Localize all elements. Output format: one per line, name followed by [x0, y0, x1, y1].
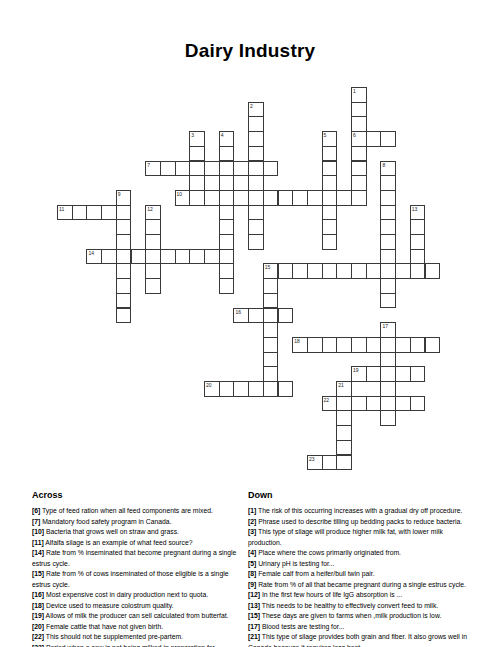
clue-item: [20] Female cattle that have not given b… [32, 622, 244, 633]
grid-cell[interactable] [263, 308, 279, 324]
grid-cell[interactable]: 12 [145, 205, 161, 221]
grid-cell[interactable] [116, 308, 132, 324]
cell-number: 12 [147, 206, 153, 212]
grid-cell[interactable] [366, 131, 382, 147]
clue-text: Allows of milk the producer can sell cal… [44, 612, 228, 619]
grid-cell[interactable]: 5 [322, 131, 338, 147]
grid-cell[interactable]: 14 [86, 249, 102, 265]
grid-cell[interactable] [292, 263, 308, 279]
grid-cell[interactable] [219, 219, 235, 235]
grid-cell[interactable] [322, 455, 338, 471]
grid-cell[interactable]: 7 [145, 161, 161, 177]
grid-cell[interactable] [351, 161, 367, 177]
grid-cell[interactable] [219, 263, 235, 279]
grid-cell[interactable] [380, 234, 396, 250]
grid-cell[interactable] [145, 219, 161, 235]
grid-cell[interactable] [248, 381, 264, 397]
clue-item: [15] These days are given to farms when … [248, 611, 474, 622]
clue-number: [13] [248, 602, 260, 609]
clue-text: These days are given to farms when ,milk… [260, 612, 441, 619]
clue-item: [19] Allows of milk the producer can sel… [32, 611, 244, 622]
clue-text: Type of feed ration when all feed compon… [40, 507, 213, 514]
grid-cell[interactable] [219, 278, 235, 294]
clue-number: [20] [32, 623, 44, 630]
grid-cell[interactable]: 9 [116, 190, 132, 206]
clue-text: This type of silage will produce higher … [248, 528, 443, 546]
grid-cell[interactable] [380, 219, 396, 235]
cell-number: 2 [250, 103, 253, 109]
grid-cell[interactable]: 10 [175, 190, 191, 206]
grid-cell[interactable] [410, 263, 426, 279]
grid-cell[interactable] [248, 234, 264, 250]
grid-cell[interactable]: 2 [248, 102, 264, 118]
clue-text: Blood tests are testing for... [260, 623, 344, 630]
cell-number: 5 [324, 132, 327, 138]
grid-cell[interactable]: 19 [351, 366, 367, 382]
grid-cell[interactable]: 18 [292, 337, 308, 353]
cell-number: 11 [59, 206, 64, 212]
clue-item: [14] Rate from % inseminated that become… [32, 548, 244, 569]
cell-number: 3 [191, 132, 194, 138]
grid-cell[interactable] [204, 161, 220, 177]
grid-cell[interactable] [189, 175, 205, 191]
grid-cell[interactable] [410, 366, 426, 382]
clue-item: [4] Place where the cows primarily origi… [248, 548, 474, 559]
grid-cell[interactable] [410, 219, 426, 235]
grid-cell[interactable] [380, 337, 396, 353]
grid-cell[interactable] [351, 190, 367, 206]
cell-number: 18 [294, 338, 300, 344]
grid-cell[interactable] [116, 234, 132, 250]
down-clue-list: [1] The risk of this occurring increases… [248, 506, 474, 647]
grid-cell[interactable] [380, 366, 396, 382]
clue-text: Most expensive cost in dairy production … [44, 591, 208, 598]
grid-cell[interactable] [233, 161, 249, 177]
grid-cell[interactable] [395, 263, 411, 279]
clue-text: Rate from % of cows inseminated of those… [32, 570, 228, 588]
clue-item: [7] Mandatory food safety program in Can… [32, 517, 244, 528]
grid-cell[interactable] [248, 205, 264, 221]
grid-cell[interactable] [322, 146, 338, 162]
grid-cell[interactable] [189, 190, 205, 206]
grid-cell[interactable] [263, 337, 279, 353]
grid-cell[interactable] [336, 263, 352, 279]
cell-number: 10 [177, 191, 183, 197]
down-clues-column: Down [1] The risk of this occurring incr… [248, 490, 474, 647]
grid-cell[interactable] [410, 396, 426, 412]
clue-number: [15] [248, 612, 260, 619]
grid-cell[interactable]: 16 [233, 308, 249, 324]
grid-cell[interactable] [189, 161, 205, 177]
grid-cell[interactable] [278, 263, 294, 279]
grid-cell[interactable] [336, 190, 352, 206]
grid-cell[interactable] [380, 352, 396, 368]
crossword-grid: 1234567891011121314151617181920212223 [0, 0, 500, 490]
grid-cell[interactable] [380, 396, 396, 412]
clue-item: [10] Bacteria that grows well on straw a… [32, 527, 244, 538]
grid-cell[interactable] [336, 425, 352, 441]
grid-cell[interactable] [248, 175, 264, 191]
clue-item: [16] Most expensive cost in dairy produc… [32, 590, 244, 601]
grid-cell[interactable] [101, 205, 117, 221]
grid-cell[interactable] [322, 175, 338, 191]
grid-cell[interactable] [116, 219, 132, 235]
grid-cell[interactable] [219, 175, 235, 191]
grid-cell[interactable] [380, 293, 396, 309]
clue-item: [17] Blood tests are testing for... [248, 622, 474, 633]
clue-text: This type of silage provides both grain … [248, 633, 467, 647]
grid-cell[interactable] [410, 234, 426, 250]
grid-cell[interactable] [278, 381, 294, 397]
grid-cell[interactable] [410, 249, 426, 265]
grid-cell[interactable] [366, 366, 382, 382]
grid-cell[interactable]: 21 [336, 381, 352, 397]
cell-number: 23 [309, 456, 315, 462]
grid-cell[interactable] [263, 381, 279, 397]
grid-cell[interactable] [322, 161, 338, 177]
grid-cell[interactable] [204, 190, 220, 206]
grid-cell[interactable] [263, 278, 279, 294]
grid-cell[interactable] [351, 337, 367, 353]
clue-text: Device used to measure colostrum quality… [44, 602, 173, 609]
grid-cell[interactable] [351, 263, 367, 279]
grid-cell[interactable] [145, 249, 161, 265]
clue-item: [5] Urinary pH is testing for... [248, 559, 474, 570]
grid-cell[interactable] [175, 249, 191, 265]
clue-item: [15] Rate from % of cows inseminated of … [32, 569, 244, 590]
grid-cell[interactable] [248, 146, 264, 162]
grid-cell[interactable] [86, 205, 102, 221]
clue-number: [16] [32, 591, 44, 598]
clue-number: [12] [248, 591, 260, 598]
cell-number: 15 [265, 264, 271, 270]
clue-number: [11] [32, 539, 44, 546]
grid-cell[interactable] [425, 263, 441, 279]
grid-cell[interactable] [292, 190, 308, 206]
clue-number: [10] [32, 528, 44, 535]
clue-text: Female cattle that have not given birth. [44, 623, 163, 630]
grid-cell[interactable] [380, 205, 396, 221]
grid-cell[interactable] [204, 249, 220, 265]
grid-cell[interactable]: 20 [204, 381, 220, 397]
grid-cell[interactable] [116, 205, 132, 221]
clue-number: [21] [248, 633, 260, 640]
grid-cell[interactable] [219, 249, 235, 265]
grid-cell[interactable] [263, 366, 279, 382]
cell-number: 13 [412, 206, 418, 212]
clue-number: [17] [248, 623, 260, 630]
grid-cell[interactable]: 22 [322, 396, 338, 412]
clue-item: [12] In the first few hours of life IgG … [248, 590, 474, 601]
grid-cell[interactable] [336, 410, 352, 426]
grid-cell[interactable]: 6 [351, 131, 367, 147]
grid-cell[interactable] [395, 366, 411, 382]
grid-cell[interactable]: 3 [189, 131, 205, 147]
grid-cell[interactable] [410, 337, 426, 353]
grid-cell[interactable] [322, 263, 338, 279]
grid-cell[interactable]: 23 [307, 455, 323, 471]
grid-cell[interactable] [425, 337, 441, 353]
grid-cell[interactable] [116, 293, 132, 309]
clue-text: Rate from % of all that became pregnant … [256, 581, 466, 588]
clue-text: Female calf from a heifer/bull twin pair… [256, 570, 374, 577]
grid-cell[interactable] [278, 190, 294, 206]
cell-number: 9 [118, 191, 121, 197]
clue-item: [1] The risk of this occurring increases… [248, 506, 474, 517]
grid-cell[interactable] [219, 146, 235, 162]
grid-cell[interactable] [116, 278, 132, 294]
clue-item: [9] Rate from % of all that became pregn… [248, 580, 474, 591]
grid-cell[interactable]: 17 [380, 322, 396, 338]
cell-number: 20 [206, 382, 212, 388]
grid-cell[interactable]: 4 [219, 131, 235, 147]
grid-cell[interactable] [380, 381, 396, 397]
clue-text: Mandatory food safety program in Canada. [40, 518, 171, 525]
grid-cell[interactable] [219, 205, 235, 221]
grid-cell[interactable] [263, 293, 279, 309]
grid-cell[interactable] [336, 396, 352, 412]
clue-item: [11] Alfalfa silage is an example of wha… [32, 538, 244, 549]
clue-item: [6] Type of feed ration when all feed co… [32, 506, 244, 517]
cell-number: 4 [221, 132, 224, 138]
clue-text: Phrase used to describe tilling up beddi… [256, 518, 462, 525]
grid-cell[interactable] [248, 219, 264, 235]
clue-item: [23] Period when a cow is not being milk… [32, 643, 244, 647]
grid-cell[interactable] [160, 161, 176, 177]
grid-cell[interactable] [263, 190, 279, 206]
clue-number: [14] [32, 549, 44, 556]
grid-cell[interactable] [248, 161, 264, 177]
grid-cell[interactable] [395, 337, 411, 353]
clue-item: [22] This should not be supplemented pre… [32, 632, 244, 643]
grid-cell[interactable] [248, 116, 264, 132]
grid-cell[interactable] [175, 161, 191, 177]
grid-cell[interactable] [101, 249, 117, 265]
grid-cell[interactable] [380, 131, 396, 147]
grid-cell[interactable] [307, 190, 323, 206]
cell-number: 16 [235, 309, 241, 315]
grid-cell[interactable] [351, 116, 367, 132]
grid-cell[interactable] [380, 249, 396, 265]
grid-cell[interactable] [248, 190, 264, 206]
across-header: Across [32, 490, 244, 500]
grid-cell[interactable] [219, 234, 235, 250]
grid-cell[interactable] [380, 410, 396, 426]
clue-text: Urinary pH is testing for... [256, 560, 334, 567]
clue-item: [8] Female calf from a heifer/bull twin … [248, 569, 474, 580]
cell-number: 19 [353, 367, 359, 373]
grid-cell[interactable] [278, 308, 294, 324]
grid-cell[interactable] [380, 278, 396, 294]
grid-cell[interactable] [263, 161, 279, 177]
clue-item: [13] This needs to be healthy to effecti… [248, 601, 474, 612]
grid-cell[interactable] [145, 263, 161, 279]
grid-cell[interactable] [233, 190, 249, 206]
grid-cell[interactable] [116, 249, 132, 265]
clue-text: The risk of this occurring increases wit… [256, 507, 462, 514]
grid-cell[interactable] [322, 219, 338, 235]
grid-cell[interactable] [351, 396, 367, 412]
cell-number: 1 [353, 88, 356, 94]
grid-cell[interactable] [145, 234, 161, 250]
grid-cell[interactable] [351, 175, 367, 191]
grid-cell[interactable] [322, 234, 338, 250]
clue-number: [15] [32, 570, 44, 577]
grid-cell[interactable] [336, 455, 352, 471]
grid-cell[interactable] [366, 337, 382, 353]
cell-number: 14 [88, 250, 94, 256]
grid-cell[interactable] [380, 190, 396, 206]
grid-cell[interactable] [366, 396, 382, 412]
clue-item: [2] Phrase used to describe tilling up b… [248, 517, 474, 528]
grid-cell[interactable] [322, 205, 338, 221]
clue-number: [18] [32, 602, 44, 609]
grid-cell[interactable] [219, 381, 235, 397]
grid-cell[interactable] [145, 278, 161, 294]
grid-cell[interactable] [248, 308, 264, 324]
grid-cell[interactable] [336, 440, 352, 456]
across-clues-column: Across [6] Type of feed ration when all … [32, 490, 244, 647]
clue-text: Rate from % inseminated that become preg… [32, 549, 236, 567]
grid-cell[interactable] [248, 131, 264, 147]
grid-cell[interactable] [351, 146, 367, 162]
grid-cell[interactable]: 1 [351, 87, 367, 103]
cell-number: 17 [382, 323, 388, 329]
grid-cell[interactable] [263, 352, 279, 368]
clue-text: This should not be supplemented pre-part… [44, 633, 183, 640]
grid-cell[interactable]: 11 [57, 205, 73, 221]
grid-cell[interactable] [380, 263, 396, 279]
cell-number: 21 [338, 382, 344, 388]
cell-number: 7 [147, 162, 150, 168]
down-header: Down [248, 490, 474, 500]
clue-text: Place where the cows primarily originate… [256, 549, 401, 556]
cell-number: 22 [324, 397, 330, 403]
grid-cell[interactable] [189, 249, 205, 265]
grid-cell[interactable]: 13 [410, 205, 426, 221]
grid-cell[interactable] [322, 337, 338, 353]
clue-item: [21] This type of silage provides both g… [248, 632, 474, 647]
clue-number: [22] [32, 633, 44, 640]
clue-item: [3] This type of silage will produce hig… [248, 527, 474, 548]
grid-cell[interactable] [307, 263, 323, 279]
grid-cell[interactable] [395, 396, 411, 412]
cell-number: 8 [382, 162, 385, 168]
clue-text: In the first few hours of life IgG absor… [260, 591, 402, 598]
grid-cell[interactable]: 8 [380, 161, 396, 177]
grid-cell[interactable] [351, 102, 367, 118]
clue-text: Alfalfa silage is an example of what fee… [44, 539, 193, 546]
grid-cell[interactable] [116, 263, 132, 279]
grid-cell[interactable] [336, 337, 352, 353]
clue-text: This needs to be healthy to effectively … [260, 602, 438, 609]
grid-cell[interactable] [307, 337, 323, 353]
grid-cell[interactable] [160, 249, 176, 265]
grid-cell[interactable] [263, 322, 279, 338]
grid-cell[interactable] [380, 175, 396, 191]
grid-cell[interactable] [189, 146, 205, 162]
grid-cell[interactable] [233, 381, 249, 397]
grid-cell[interactable] [219, 161, 235, 177]
clue-number: [19] [32, 612, 44, 619]
clue-item: [18] Device used to measure colostrum qu… [32, 601, 244, 612]
across-clue-list: [6] Type of feed ration when all feed co… [32, 506, 244, 647]
grid-cell[interactable]: 15 [263, 263, 279, 279]
grid-cell[interactable] [366, 263, 382, 279]
cell-number: 6 [353, 132, 356, 138]
grid-cell[interactable] [219, 190, 235, 206]
grid-cell[interactable] [72, 205, 88, 221]
clue-text: Bacteria that grows well on straw and gr… [44, 528, 179, 535]
grid-cell[interactable] [131, 249, 147, 265]
grid-cell[interactable] [322, 190, 338, 206]
